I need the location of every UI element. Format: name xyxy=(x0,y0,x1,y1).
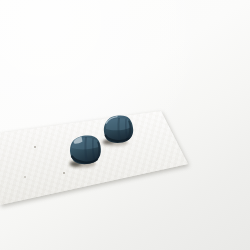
stones-layer xyxy=(0,0,250,250)
stone-left xyxy=(70,135,101,167)
stone-right xyxy=(102,116,133,147)
scene-photo xyxy=(0,0,250,250)
